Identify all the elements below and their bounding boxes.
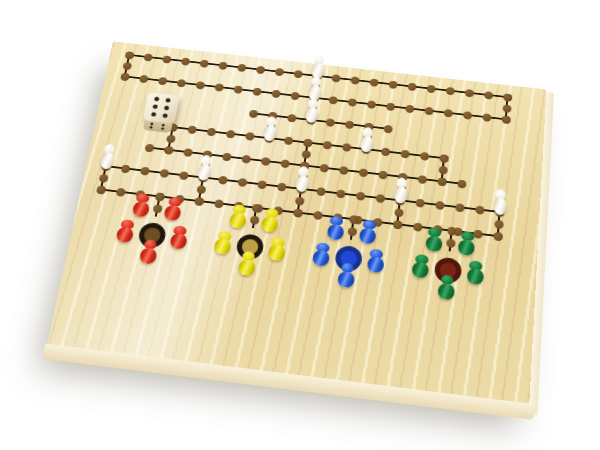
path-hole (221, 152, 231, 161)
red-peg-body (116, 227, 135, 244)
yellow-peg[interactable] (261, 208, 280, 233)
yellow-peg[interactable] (267, 237, 286, 263)
path-hole (143, 53, 153, 61)
path-hole (237, 177, 247, 186)
path-hole (475, 205, 485, 214)
die-pip (161, 127, 164, 130)
barricade-peg[interactable] (393, 177, 409, 205)
path-hole (316, 187, 326, 196)
path-hole (255, 65, 265, 73)
barricade-peg-body (262, 124, 277, 142)
path-hole (445, 86, 454, 95)
path-hole (237, 63, 247, 71)
path-hole (325, 118, 335, 127)
path-hole (294, 196, 304, 205)
yellow-peg-body (228, 212, 246, 229)
die-pip (151, 112, 157, 117)
green-peg-body (425, 235, 443, 252)
path-hole (493, 231, 503, 240)
path-hole (331, 74, 341, 82)
path-hole (369, 78, 378, 86)
path-hole (426, 84, 435, 93)
photo-background (0, 0, 600, 450)
die-pip (165, 98, 171, 103)
path-hole (280, 159, 290, 168)
path-hole (347, 226, 357, 235)
path-hole (154, 192, 164, 201)
path-hole (502, 104, 511, 113)
barricade-peg-body (304, 106, 319, 123)
die-pip (152, 104, 158, 109)
path-hole (165, 134, 175, 143)
path-hole (446, 238, 456, 248)
path-hole (138, 74, 148, 82)
green-peg[interactable] (425, 227, 443, 252)
yellow-peg[interactable] (214, 230, 234, 255)
red-peg-body (139, 247, 158, 264)
red-peg-body (164, 204, 182, 221)
green-peg-body (458, 239, 475, 256)
green-peg-body (437, 283, 455, 301)
path-hole (378, 170, 388, 179)
path-hole (322, 140, 332, 149)
path-hole (380, 147, 390, 156)
path-hole (195, 81, 205, 90)
path-hole (283, 136, 293, 145)
path-hole (115, 187, 125, 196)
path-hole (271, 89, 281, 98)
path-hole (233, 85, 243, 94)
path-hole (178, 171, 188, 180)
path-hole (313, 210, 323, 219)
path-hole (252, 87, 262, 96)
path-hole (438, 165, 448, 174)
blue-peg-body (359, 227, 377, 244)
path-hole (388, 80, 397, 89)
blue-peg-body (326, 223, 344, 240)
barricade-peg-body (493, 197, 507, 216)
path-hole (213, 199, 223, 208)
path-hole (503, 93, 512, 102)
path-hole (249, 215, 259, 224)
path-hole (375, 193, 385, 202)
path-hole (196, 185, 206, 194)
die-pip (154, 97, 160, 102)
path-hole (199, 59, 209, 67)
path-hole (120, 72, 130, 80)
path-hole (301, 150, 311, 159)
path-hole (162, 55, 172, 63)
path-hole (344, 120, 354, 129)
barricade-peg[interactable] (493, 188, 508, 216)
path-hole (383, 124, 393, 133)
red-peg[interactable] (169, 225, 189, 250)
barricade-peg-body (393, 186, 408, 204)
path-hole (405, 104, 414, 113)
path-hole (152, 204, 162, 213)
path-hole (392, 220, 402, 229)
path-hole (276, 182, 286, 191)
path-hole (447, 226, 457, 235)
path-hole (214, 83, 224, 92)
path-hole (274, 67, 284, 75)
path-hole (415, 198, 425, 207)
blue-peg[interactable] (337, 262, 356, 288)
path-hole (347, 98, 357, 107)
path-hole (385, 102, 394, 111)
path-hole (501, 115, 510, 124)
red-peg-body (131, 200, 150, 217)
path-hole (437, 177, 447, 186)
path-hole (400, 149, 410, 158)
path-hole (355, 191, 365, 200)
blue-peg[interactable] (366, 248, 385, 274)
path-hole (328, 96, 338, 105)
yellow-peg[interactable] (228, 204, 248, 229)
green-peg[interactable] (412, 254, 431, 280)
red-peg[interactable] (116, 219, 137, 244)
path-hole (257, 180, 267, 189)
path-hole (424, 106, 433, 115)
path-hole (124, 51, 134, 59)
die-pip (161, 124, 164, 127)
path-hole (407, 82, 416, 91)
path-hole (439, 154, 449, 163)
path-hole (417, 175, 427, 184)
path-hole (303, 138, 313, 147)
path-hole (122, 61, 132, 69)
path-hole (419, 151, 429, 160)
path-hole (463, 111, 472, 120)
path-hole (435, 200, 445, 209)
barricade-peg-body (359, 135, 374, 153)
path-hole (180, 57, 190, 65)
path-hole (455, 203, 465, 212)
path-hole (484, 91, 493, 100)
path-hole (443, 108, 452, 117)
path-hole (341, 143, 351, 152)
die[interactable] (142, 92, 179, 124)
path-hole (144, 143, 154, 152)
green-peg[interactable] (437, 274, 455, 300)
path-hole (139, 166, 149, 175)
path-hole (494, 219, 504, 228)
blue-peg-body (337, 271, 355, 288)
blue-peg-body (312, 250, 330, 267)
game-board (47, 41, 546, 403)
path-hole (98, 173, 108, 182)
die-pip (162, 114, 168, 119)
path-layer (47, 41, 546, 403)
path-hole (176, 79, 186, 88)
red-peg[interactable] (131, 193, 151, 218)
blue-peg[interactable] (326, 215, 345, 240)
path-hole (293, 208, 303, 217)
path-hole (206, 127, 216, 136)
yellow-peg-body (267, 245, 285, 262)
yellow-peg[interactable] (238, 251, 258, 277)
path-hole (260, 157, 270, 166)
green-peg[interactable] (458, 231, 476, 256)
path-hole (350, 76, 359, 84)
path-hole (412, 222, 422, 231)
path-hole (194, 196, 204, 205)
green-peg-body (466, 268, 484, 285)
path-hole (394, 208, 404, 217)
path-hole (225, 129, 235, 138)
path-hole (157, 76, 167, 84)
red-peg-body (169, 233, 188, 250)
blue-peg[interactable] (312, 242, 331, 268)
red-peg[interactable] (164, 197, 184, 222)
path-hole (245, 131, 255, 140)
red-peg[interactable] (139, 239, 159, 265)
path-hole (319, 163, 329, 172)
path-hole (348, 214, 358, 223)
yellow-peg-body (214, 238, 232, 255)
yellow-peg-body (261, 216, 279, 233)
green-peg-body (412, 262, 430, 279)
path-hole (183, 148, 193, 157)
path-hole (287, 113, 297, 122)
path-hole (335, 189, 345, 198)
path-hole (241, 154, 251, 163)
path-hole (218, 61, 228, 69)
path-hole (338, 165, 348, 174)
path-hole (457, 179, 467, 188)
path-hole (293, 70, 303, 78)
path-hole (358, 168, 368, 177)
green-peg[interactable] (466, 260, 484, 286)
barricade-peg-body (294, 174, 309, 192)
path-hole (482, 113, 491, 122)
path-hole (290, 91, 300, 100)
die-pip (164, 106, 170, 111)
path-hole (159, 168, 169, 177)
die-pip (150, 122, 153, 125)
yellow-peg-body (238, 259, 257, 276)
path-hole (163, 145, 173, 154)
path-hole (187, 125, 197, 134)
path-hole (248, 109, 258, 118)
path-hole (120, 164, 130, 173)
die-pip (150, 126, 153, 129)
path-hole (366, 100, 376, 109)
path-hole (217, 175, 227, 184)
path-hole (251, 203, 261, 212)
path-hole (96, 185, 107, 194)
blue-peg-body (366, 256, 384, 273)
blue-peg[interactable] (359, 219, 378, 244)
path-hole (464, 89, 473, 98)
